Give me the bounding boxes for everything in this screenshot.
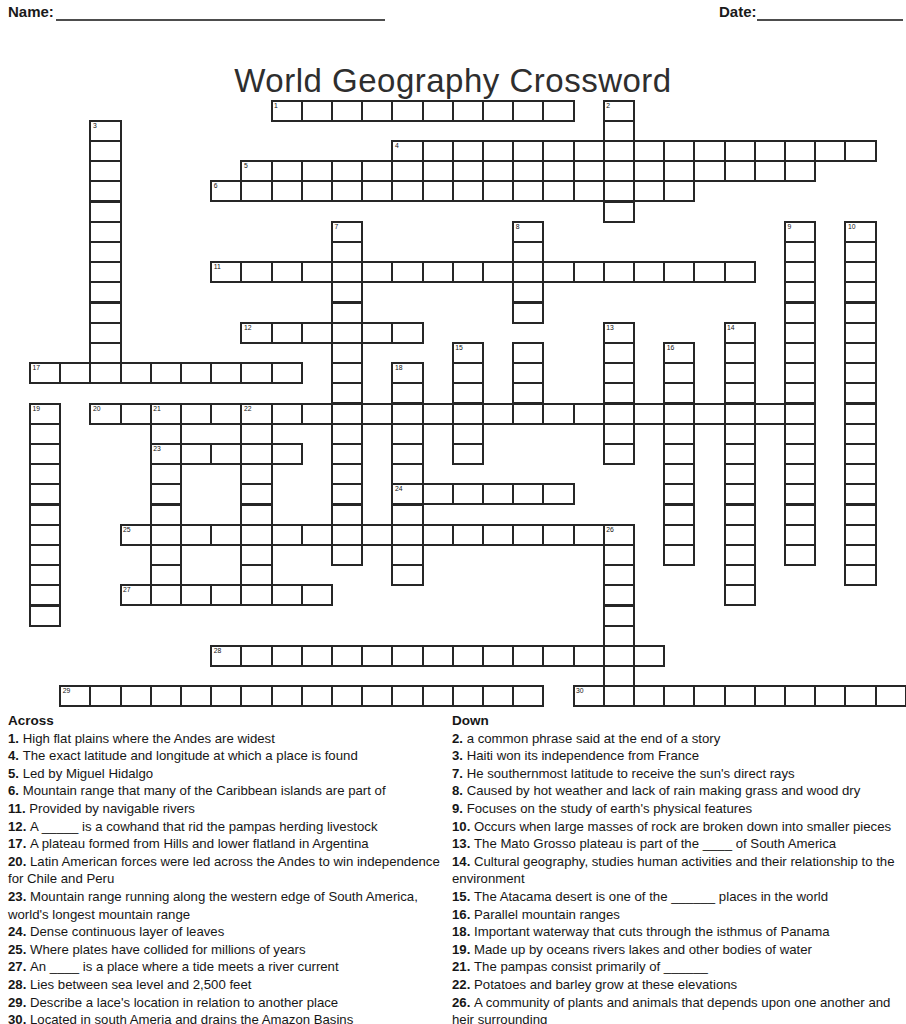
grid-cell[interactable] — [361, 685, 393, 707]
grid-cell[interactable] — [29, 524, 61, 546]
grid-cell[interactable] — [573, 160, 605, 182]
grid-cell[interactable] — [724, 403, 756, 425]
grid-cell[interactable] — [784, 362, 816, 384]
grid-cell[interactable] — [844, 281, 876, 303]
grid-cell[interactable] — [89, 140, 121, 162]
grid-cell[interactable] — [844, 342, 876, 364]
grid-cell[interactable] — [784, 544, 816, 566]
grid-cell[interactable] — [693, 685, 725, 707]
grid-cell[interactable] — [422, 140, 454, 162]
grid-cell[interactable] — [512, 180, 544, 202]
grid-cell[interactable] — [361, 403, 393, 425]
grid-cell[interactable] — [271, 403, 303, 425]
grid-cell[interactable] — [512, 685, 544, 707]
grid-cell[interactable] — [482, 140, 514, 162]
grid-cell[interactable] — [844, 382, 876, 404]
grid-cell[interactable] — [663, 423, 695, 445]
grid-cell[interactable] — [542, 140, 574, 162]
grid-cell[interactable] — [724, 443, 756, 465]
grid-cell[interactable] — [301, 584, 333, 606]
grid-cell[interactable] — [603, 423, 635, 445]
grid-cell[interactable] — [240, 524, 272, 546]
grid-cell[interactable] — [724, 362, 756, 384]
grid-cell[interactable] — [754, 160, 786, 182]
grid-cell[interactable] — [663, 544, 695, 566]
grid-cell[interactable] — [663, 180, 695, 202]
grid-cell[interactable] — [120, 403, 152, 425]
grid-cell[interactable] — [422, 261, 454, 283]
grid-cell[interactable] — [724, 463, 756, 485]
grid-cell[interactable] — [391, 504, 423, 526]
grid-cell[interactable] — [301, 524, 333, 546]
grid-cell[interactable]: 23 — [150, 443, 182, 465]
grid-cell[interactable] — [603, 140, 635, 162]
grid-cell[interactable] — [512, 140, 544, 162]
grid-cell[interactable] — [573, 180, 605, 202]
grid-cell[interactable] — [512, 302, 544, 324]
grid-cell[interactable] — [512, 100, 544, 122]
grid-cell[interactable] — [210, 443, 242, 465]
grid-cell[interactable] — [331, 403, 363, 425]
grid-cell[interactable] — [29, 605, 61, 627]
grid-cell[interactable] — [452, 160, 484, 182]
grid-cell[interactable] — [301, 685, 333, 707]
grid-cell[interactable] — [240, 362, 272, 384]
grid-cell[interactable] — [784, 281, 816, 303]
grid-cell[interactable] — [724, 685, 756, 707]
grid-cell[interactable] — [724, 382, 756, 404]
grid-cell[interactable] — [29, 504, 61, 526]
grid-cell[interactable] — [331, 100, 363, 122]
grid-cell[interactable] — [542, 261, 574, 283]
grid-cell[interactable] — [512, 160, 544, 182]
grid-cell[interactable] — [512, 403, 544, 425]
grid-cell[interactable] — [301, 100, 333, 122]
grid-cell[interactable] — [210, 362, 242, 384]
grid-cell[interactable] — [844, 685, 876, 707]
grid-cell[interactable] — [452, 180, 484, 202]
grid-cell[interactable] — [844, 463, 876, 485]
grid-cell[interactable] — [452, 403, 484, 425]
grid-cell[interactable]: 22 — [240, 403, 272, 425]
grid-cell[interactable] — [452, 362, 484, 384]
grid-cell[interactable]: 10 — [844, 221, 876, 243]
grid-cell[interactable]: 6 — [210, 180, 242, 202]
grid-cell[interactable] — [844, 564, 876, 586]
grid-cell[interactable] — [844, 261, 876, 283]
grid-cell[interactable] — [150, 685, 182, 707]
grid-cell[interactable] — [844, 544, 876, 566]
grid-cell[interactable] — [331, 544, 363, 566]
grid-cell[interactable] — [784, 443, 816, 465]
grid-cell[interactable] — [603, 645, 635, 667]
grid-cell[interactable] — [784, 342, 816, 364]
grid-cell[interactable] — [29, 564, 61, 586]
grid-cell[interactable] — [784, 160, 816, 182]
grid-cell[interactable]: 17 — [29, 362, 61, 384]
grid-cell[interactable] — [89, 685, 121, 707]
grid-cell[interactable] — [512, 342, 544, 364]
grid-cell[interactable] — [89, 362, 121, 384]
grid-cell[interactable] — [240, 483, 272, 505]
grid-cell[interactable] — [391, 160, 423, 182]
grid-cell[interactable] — [331, 180, 363, 202]
grid-cell[interactable]: 24 — [391, 483, 423, 505]
grid-cell[interactable] — [724, 524, 756, 546]
grid-cell[interactable] — [844, 241, 876, 263]
grid-cell[interactable] — [452, 100, 484, 122]
grid-cell[interactable] — [784, 261, 816, 283]
grid-cell[interactable] — [422, 403, 454, 425]
grid-cell[interactable] — [271, 584, 303, 606]
grid-cell[interactable]: 12 — [240, 322, 272, 344]
grid-cell[interactable] — [663, 160, 695, 182]
grid-cell[interactable] — [240, 685, 272, 707]
grid-cell[interactable] — [240, 180, 272, 202]
grid-cell[interactable] — [633, 261, 665, 283]
grid-cell[interactable]: 20 — [89, 403, 121, 425]
grid-cell[interactable] — [271, 322, 303, 344]
grid-cell[interactable] — [663, 463, 695, 485]
grid-cell[interactable] — [331, 685, 363, 707]
grid-cell[interactable] — [331, 302, 363, 324]
grid-cell[interactable] — [814, 685, 846, 707]
grid-cell[interactable] — [331, 645, 363, 667]
grid-cell[interactable] — [542, 100, 574, 122]
grid-cell[interactable] — [844, 504, 876, 526]
grid-cell[interactable]: 16 — [663, 342, 695, 364]
grid-cell[interactable] — [391, 564, 423, 586]
grid-cell[interactable] — [724, 504, 756, 526]
grid-cell[interactable] — [89, 322, 121, 344]
grid-cell[interactable] — [512, 241, 544, 263]
grid-cell[interactable] — [844, 443, 876, 465]
grid-cell[interactable] — [452, 140, 484, 162]
grid-cell[interactable] — [603, 605, 635, 627]
grid-cell[interactable] — [482, 100, 514, 122]
grid-cell[interactable] — [573, 261, 605, 283]
grid-cell[interactable] — [724, 342, 756, 364]
grid-cell[interactable] — [603, 201, 635, 223]
grid-cell[interactable] — [542, 524, 574, 546]
grid-cell[interactable] — [210, 403, 242, 425]
grid-cell[interactable] — [301, 160, 333, 182]
grid-cell[interactable] — [844, 302, 876, 324]
grid-cell[interactable] — [422, 524, 454, 546]
grid-cell[interactable] — [271, 524, 303, 546]
grid-cell[interactable] — [603, 665, 635, 687]
grid-cell[interactable] — [754, 403, 786, 425]
grid-cell[interactable] — [29, 443, 61, 465]
grid-cell[interactable] — [180, 362, 212, 384]
grid-cell[interactable] — [150, 524, 182, 546]
grid-cell[interactable] — [240, 261, 272, 283]
grid-cell[interactable] — [331, 483, 363, 505]
grid-cell[interactable] — [391, 322, 423, 344]
grid-cell[interactable] — [331, 322, 363, 344]
grid-cell[interactable] — [573, 645, 605, 667]
grid-cell[interactable] — [784, 302, 816, 324]
grid-cell[interactable] — [482, 160, 514, 182]
grid-cell[interactable]: 11 — [210, 261, 242, 283]
grid-cell[interactable] — [512, 362, 544, 384]
grid-cell[interactable] — [29, 423, 61, 445]
grid-cell[interactable] — [29, 584, 61, 606]
grid-cell[interactable]: 4 — [391, 140, 423, 162]
grid-cell[interactable] — [361, 645, 393, 667]
grid-cell[interactable]: 2 — [603, 100, 635, 122]
grid-cell[interactable] — [180, 584, 212, 606]
grid-cell[interactable] — [844, 403, 876, 425]
grid-cell[interactable]: 25 — [120, 524, 152, 546]
grid-cell[interactable] — [844, 524, 876, 546]
grid-cell[interactable] — [784, 685, 816, 707]
grid-cell[interactable] — [452, 261, 484, 283]
grid-cell[interactable] — [542, 160, 574, 182]
grid-cell[interactable] — [150, 483, 182, 505]
grid-cell[interactable] — [724, 483, 756, 505]
grid-cell[interactable] — [663, 362, 695, 384]
grid-cell[interactable] — [603, 261, 635, 283]
grid-cell[interactable] — [603, 443, 635, 465]
grid-cell[interactable] — [89, 201, 121, 223]
grid-cell[interactable] — [361, 160, 393, 182]
grid-cell[interactable] — [240, 463, 272, 485]
grid-cell[interactable] — [240, 423, 272, 445]
grid-cell[interactable]: 26 — [603, 524, 635, 546]
grid-cell[interactable] — [542, 645, 574, 667]
grid-cell[interactable] — [724, 160, 756, 182]
grid-cell[interactable] — [240, 645, 272, 667]
grid-cell[interactable] — [180, 443, 212, 465]
grid-cell[interactable] — [210, 584, 242, 606]
grid-cell[interactable] — [240, 544, 272, 566]
grid-cell[interactable] — [633, 403, 665, 425]
grid-cell[interactable] — [89, 241, 121, 263]
grid-cell[interactable] — [331, 261, 363, 283]
grid-cell[interactable] — [331, 362, 363, 384]
grid-cell[interactable] — [724, 261, 756, 283]
grid-cell[interactable] — [422, 160, 454, 182]
grid-cell[interactable]: 9 — [784, 221, 816, 243]
grid-cell[interactable] — [663, 504, 695, 526]
grid-cell[interactable] — [512, 645, 544, 667]
grid-cell[interactable] — [150, 504, 182, 526]
grid-cell[interactable]: 1 — [271, 100, 303, 122]
grid-cell[interactable] — [331, 160, 363, 182]
grid-cell[interactable] — [603, 342, 635, 364]
grid-cell[interactable] — [784, 483, 816, 505]
grid-cell[interactable] — [331, 382, 363, 404]
grid-cell[interactable] — [663, 524, 695, 546]
grid-cell[interactable] — [391, 685, 423, 707]
grid-cell[interactable] — [452, 685, 484, 707]
grid-cell[interactable] — [271, 362, 303, 384]
grid-cell[interactable] — [844, 423, 876, 445]
grid-cell[interactable] — [271, 685, 303, 707]
grid-cell[interactable] — [59, 362, 91, 384]
grid-cell[interactable]: 13 — [603, 322, 635, 344]
grid-cell[interactable] — [180, 524, 212, 546]
grid-cell[interactable] — [724, 423, 756, 445]
grid-cell[interactable] — [150, 544, 182, 566]
grid-cell[interactable] — [482, 483, 514, 505]
grid-cell[interactable] — [482, 261, 514, 283]
grid-cell[interactable] — [482, 685, 514, 707]
grid-cell[interactable] — [603, 544, 635, 566]
grid-cell[interactable] — [150, 423, 182, 445]
grid-cell[interactable] — [331, 524, 363, 546]
grid-cell[interactable] — [391, 100, 423, 122]
grid-cell[interactable] — [573, 524, 605, 546]
grid-cell[interactable] — [391, 524, 423, 546]
grid-cell[interactable] — [331, 443, 363, 465]
grid-cell[interactable] — [754, 140, 786, 162]
grid-cell[interactable] — [301, 261, 333, 283]
grid-cell[interactable] — [512, 261, 544, 283]
grid-cell[interactable]: 8 — [512, 221, 544, 243]
grid-cell[interactable] — [331, 504, 363, 526]
grid-cell[interactable] — [693, 160, 725, 182]
grid-cell[interactable] — [391, 544, 423, 566]
grid-cell[interactable] — [422, 483, 454, 505]
grid-cell[interactable]: 5 — [240, 160, 272, 182]
grid-cell[interactable] — [89, 302, 121, 324]
grid-cell[interactable] — [784, 140, 816, 162]
grid-cell[interactable] — [663, 140, 695, 162]
grid-cell[interactable] — [89, 180, 121, 202]
grid-cell[interactable] — [512, 382, 544, 404]
grid-cell[interactable] — [603, 160, 635, 182]
grid-cell[interactable] — [784, 403, 816, 425]
grid-cell[interactable] — [391, 261, 423, 283]
grid-cell[interactable] — [603, 120, 635, 142]
grid-cell[interactable] — [724, 564, 756, 586]
grid-cell[interactable] — [361, 180, 393, 202]
grid-cell[interactable] — [693, 261, 725, 283]
grid-cell[interactable] — [331, 463, 363, 485]
grid-cell[interactable] — [301, 180, 333, 202]
grid-cell[interactable] — [693, 403, 725, 425]
grid-cell[interactable] — [240, 584, 272, 606]
grid-cell[interactable] — [663, 403, 695, 425]
grid-cell[interactable] — [542, 483, 574, 505]
grid-cell[interactable] — [331, 241, 363, 263]
grid-cell[interactable] — [573, 140, 605, 162]
grid-cell[interactable] — [210, 685, 242, 707]
grid-cell[interactable] — [391, 463, 423, 485]
grid-cell[interactable]: 28 — [210, 645, 242, 667]
grid-cell[interactable] — [452, 382, 484, 404]
grid-cell[interactable] — [784, 463, 816, 485]
grid-cell[interactable]: 19 — [29, 403, 61, 425]
grid-cell[interactable] — [452, 524, 484, 546]
grid-cell[interactable] — [180, 685, 212, 707]
grid-cell[interactable] — [29, 483, 61, 505]
grid-cell[interactable] — [391, 423, 423, 445]
grid-cell[interactable] — [542, 180, 574, 202]
grid-cell[interactable] — [89, 281, 121, 303]
grid-cell[interactable] — [633, 160, 665, 182]
grid-cell[interactable] — [120, 685, 152, 707]
grid-cell[interactable] — [724, 584, 756, 606]
grid-cell[interactable] — [603, 180, 635, 202]
grid-cell[interactable] — [844, 140, 876, 162]
grid-cell[interactable] — [633, 645, 665, 667]
grid-cell[interactable]: 14 — [724, 322, 756, 344]
grid-cell[interactable] — [331, 281, 363, 303]
grid-cell[interactable] — [663, 483, 695, 505]
grid-cell[interactable] — [240, 443, 272, 465]
grid-cell[interactable] — [663, 443, 695, 465]
grid-cell[interactable] — [361, 524, 393, 546]
grid-cell[interactable] — [603, 362, 635, 384]
grid-cell[interactable] — [150, 362, 182, 384]
grid-cell[interactable] — [542, 403, 574, 425]
grid-cell[interactable] — [844, 322, 876, 344]
grid-cell[interactable] — [301, 403, 333, 425]
grid-cell[interactable] — [603, 564, 635, 586]
grid-cell[interactable]: 27 — [120, 584, 152, 606]
grid-cell[interactable] — [603, 584, 635, 606]
grid-cell[interactable]: 18 — [391, 362, 423, 384]
grid-cell[interactable] — [784, 524, 816, 546]
grid-cell[interactable] — [844, 483, 876, 505]
grid-cell[interactable] — [301, 645, 333, 667]
grid-cell[interactable] — [391, 180, 423, 202]
grid-cell[interactable]: 7 — [331, 221, 363, 243]
grid-cell[interactable] — [361, 100, 393, 122]
grid-cell[interactable] — [663, 261, 695, 283]
grid-cell[interactable]: 30 — [573, 685, 605, 707]
grid-cell[interactable] — [422, 645, 454, 667]
grid-cell[interactable] — [150, 463, 182, 485]
grid-cell[interactable] — [422, 685, 454, 707]
grid-cell[interactable] — [784, 241, 816, 263]
grid-cell[interactable] — [814, 140, 846, 162]
grid-cell[interactable] — [573, 403, 605, 425]
grid-cell[interactable] — [422, 100, 454, 122]
grid-cell[interactable] — [240, 564, 272, 586]
grid-cell[interactable] — [663, 685, 695, 707]
grid-cell[interactable] — [603, 403, 635, 425]
grid-cell[interactable] — [452, 645, 484, 667]
grid-cell[interactable] — [271, 261, 303, 283]
grid-cell[interactable] — [89, 261, 121, 283]
grid-cell[interactable] — [331, 423, 363, 445]
grid-cell[interactable] — [150, 564, 182, 586]
grid-cell[interactable] — [784, 423, 816, 445]
grid-cell[interactable] — [512, 524, 544, 546]
grid-cell[interactable] — [452, 443, 484, 465]
grid-cell[interactable] — [754, 685, 786, 707]
grid-cell[interactable] — [603, 685, 635, 707]
grid-cell[interactable]: 3 — [89, 120, 121, 142]
grid-cell[interactable] — [875, 685, 906, 707]
grid-cell[interactable] — [784, 322, 816, 344]
grid-cell[interactable] — [150, 584, 182, 606]
grid-cell[interactable] — [271, 645, 303, 667]
grid-cell[interactable] — [271, 180, 303, 202]
grid-cell[interactable] — [331, 342, 363, 364]
grid-cell[interactable] — [180, 403, 212, 425]
grid-cell[interactable] — [240, 504, 272, 526]
grid-cell[interactable] — [452, 423, 484, 445]
grid-cell[interactable] — [301, 322, 333, 344]
grid-cell[interactable] — [844, 362, 876, 384]
grid-cell[interactable] — [391, 382, 423, 404]
grid-cell[interactable] — [724, 140, 756, 162]
